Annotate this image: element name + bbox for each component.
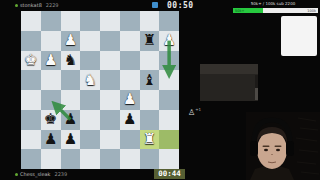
last-move-highlight bbox=[159, 130, 179, 150]
bottom-player-rating: 2239 bbox=[54, 171, 67, 177]
board-square[interactable] bbox=[21, 149, 41, 169]
board-square[interactable] bbox=[120, 149, 140, 169]
board-square[interactable] bbox=[21, 11, 41, 31]
board-square[interactable]: ♞ bbox=[80, 70, 100, 90]
black-king-g6[interactable]: ♚ bbox=[41, 110, 61, 130]
board-square[interactable] bbox=[41, 70, 61, 90]
online-indicator-bottom bbox=[15, 173, 18, 176]
bottom-player-bar: Chess_sleak 2239 bbox=[15, 169, 67, 179]
board-square[interactable] bbox=[140, 110, 160, 130]
board-square[interactable] bbox=[80, 90, 100, 110]
top-player-bar: stonkat8 2229 bbox=[15, 0, 59, 10]
board-square[interactable] bbox=[100, 51, 120, 71]
board-square[interactable] bbox=[120, 130, 140, 150]
board-square[interactable] bbox=[120, 51, 140, 71]
white-pawn-c5[interactable]: ♟ bbox=[120, 90, 140, 110]
board-square[interactable] bbox=[159, 110, 179, 130]
board-square[interactable] bbox=[41, 31, 61, 51]
board-square[interactable]: ♟ bbox=[120, 90, 140, 110]
move-nav-bar bbox=[200, 64, 258, 74]
bottom-player-name[interactable]: Chess_sleak bbox=[20, 171, 50, 177]
board-square[interactable] bbox=[80, 130, 100, 150]
qr-code bbox=[281, 16, 317, 56]
white-pawn-a2[interactable]: ♟ bbox=[159, 31, 179, 51]
board-square[interactable] bbox=[61, 90, 81, 110]
board-square[interactable] bbox=[140, 90, 160, 110]
board-square[interactable] bbox=[140, 149, 160, 169]
black-knight-f3[interactable]: ♞ bbox=[61, 51, 81, 71]
board-square[interactable] bbox=[80, 110, 100, 130]
board-square[interactable] bbox=[140, 11, 160, 31]
progress-left-label: 50k+ bbox=[235, 9, 244, 13]
white-king-h3[interactable]: ♚ bbox=[21, 51, 41, 71]
board-square[interactable]: ♟ bbox=[61, 110, 81, 130]
board-square[interactable]: ♞ bbox=[61, 51, 81, 71]
board-square[interactable] bbox=[100, 149, 120, 169]
board-square[interactable] bbox=[21, 70, 41, 90]
board-square[interactable] bbox=[41, 149, 61, 169]
black-pawn-f6[interactable]: ♟ bbox=[61, 110, 81, 130]
board-square[interactable]: ♟ bbox=[61, 130, 81, 150]
streamer-eye-left bbox=[264, 149, 268, 151]
board-square[interactable] bbox=[21, 130, 41, 150]
progress-right-label: 100k bbox=[307, 9, 316, 13]
board-square[interactable]: ♟ bbox=[159, 31, 179, 51]
board-square[interactable] bbox=[159, 130, 179, 150]
board-square[interactable] bbox=[21, 90, 41, 110]
board-square[interactable] bbox=[61, 149, 81, 169]
board-square[interactable]: ♟ bbox=[120, 110, 140, 130]
board-square[interactable] bbox=[100, 110, 120, 130]
white-pawn-g3[interactable]: ♟ bbox=[41, 51, 61, 71]
black-pawn-g7[interactable]: ♟ bbox=[41, 130, 61, 150]
white-knight-e4[interactable]: ♞ bbox=[80, 70, 100, 90]
material-count: +1 bbox=[195, 107, 201, 112]
board-square[interactable]: ♜ bbox=[140, 130, 160, 150]
board-square[interactable]: ♜ bbox=[140, 31, 160, 51]
board-square[interactable] bbox=[100, 70, 120, 90]
streamer-face bbox=[257, 131, 287, 169]
move-panel bbox=[200, 64, 258, 101]
board-square[interactable] bbox=[61, 70, 81, 90]
board-square[interactable] bbox=[120, 11, 140, 31]
board-square[interactable] bbox=[80, 31, 100, 51]
board-square[interactable] bbox=[159, 51, 179, 71]
black-pawn-c6[interactable]: ♟ bbox=[120, 110, 140, 130]
board-square[interactable] bbox=[41, 90, 61, 110]
streamer-eye-right bbox=[276, 149, 280, 151]
bottom-player-clock: 00:44 bbox=[154, 169, 185, 179]
board-square[interactable]: ♟ bbox=[61, 31, 81, 51]
board-square[interactable] bbox=[140, 51, 160, 71]
tv-icon[interactable] bbox=[152, 2, 158, 8]
white-rook-b7[interactable]: ♜ bbox=[140, 130, 160, 150]
top-player-rating: 2229 bbox=[46, 2, 59, 8]
board-square[interactable] bbox=[120, 31, 140, 51]
sub-goal-title: 50k+ / 100k sub 2200 bbox=[226, 1, 320, 6]
board-square[interactable] bbox=[100, 11, 120, 31]
board-square[interactable] bbox=[159, 11, 179, 31]
board-square[interactable]: ♟ bbox=[41, 51, 61, 71]
board-square[interactable] bbox=[80, 51, 100, 71]
board-square[interactable] bbox=[21, 31, 41, 51]
board-square[interactable] bbox=[100, 90, 120, 110]
board-square[interactable] bbox=[100, 130, 120, 150]
board-square[interactable] bbox=[80, 11, 100, 31]
streamer-webcam bbox=[246, 112, 320, 180]
sub-goal-progress-bar: 50k+ 100k bbox=[233, 8, 318, 13]
top-player-clock: 00:50 bbox=[167, 1, 194, 10]
online-indicator-top bbox=[15, 4, 18, 7]
headphone-cup-right bbox=[286, 141, 294, 156]
board-square[interactable]: ♚ bbox=[21, 51, 41, 71]
board-square[interactable]: ♚ bbox=[41, 110, 61, 130]
black-pawn-f7[interactable]: ♟ bbox=[61, 130, 81, 150]
board-square[interactable]: ♝ bbox=[140, 70, 160, 90]
white-pawn-f2[interactable]: ♟ bbox=[61, 31, 81, 51]
board-square[interactable] bbox=[159, 149, 179, 169]
board-square[interactable] bbox=[21, 110, 41, 130]
material-indicator: ♙+1 bbox=[188, 108, 201, 117]
black-bishop-b4[interactable]: ♝ bbox=[140, 70, 160, 90]
board-square[interactable] bbox=[159, 70, 179, 90]
board-square[interactable]: ♟ bbox=[41, 130, 61, 150]
top-player-name[interactable]: stonkat8 bbox=[20, 2, 42, 8]
move-list-scrollbar[interactable] bbox=[255, 75, 258, 100]
stream-layout: stonkat8 2229 00:50 ♟♜♟♚♟♞♞♝♟♚♟♟♟♟♜ Ches… bbox=[0, 0, 320, 180]
board-square[interactable] bbox=[120, 70, 140, 90]
chess-board[interactable]: ♟♜♟♚♟♞♞♝♟♚♟♟♟♟♜ bbox=[21, 11, 179, 169]
board-square[interactable] bbox=[80, 149, 100, 169]
board-square[interactable] bbox=[159, 90, 179, 110]
board-square[interactable] bbox=[61, 11, 81, 31]
scrollbar-thumb[interactable] bbox=[255, 88, 258, 100]
black-rook-b2[interactable]: ♜ bbox=[140, 31, 160, 51]
board-square[interactable] bbox=[41, 11, 61, 31]
board-square[interactable] bbox=[100, 31, 120, 51]
headphone-cup-left bbox=[250, 141, 258, 156]
